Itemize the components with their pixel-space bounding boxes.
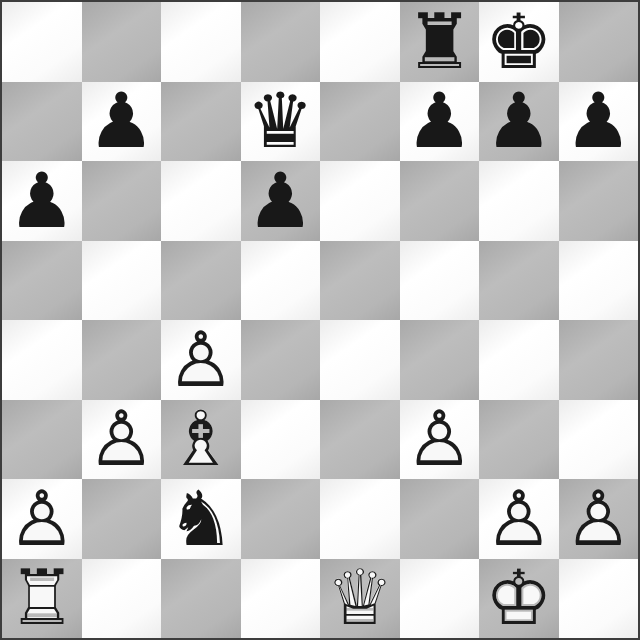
black-pawn-piece[interactable]: ♟	[400, 82, 480, 162]
white-pawn-piece[interactable]: ♟♙	[479, 479, 559, 559]
square-e8[interactable]	[320, 2, 400, 82]
square-a2[interactable]: ♟♙	[2, 479, 82, 559]
square-c1[interactable]	[161, 559, 241, 639]
white-pawn-piece[interactable]: ♟♙	[400, 400, 480, 480]
square-d3[interactable]	[241, 400, 321, 480]
square-a7[interactable]	[2, 82, 82, 162]
square-f7[interactable]: ♟	[400, 82, 480, 162]
square-c6[interactable]	[161, 161, 241, 241]
square-b5[interactable]	[82, 241, 162, 321]
square-g7[interactable]: ♟	[479, 82, 559, 162]
square-g1[interactable]: ♚♔	[479, 559, 559, 639]
white-queen-piece[interactable]: ♛♕	[320, 559, 400, 639]
black-pawn-piece[interactable]: ♟	[479, 82, 559, 162]
square-h8[interactable]	[559, 2, 639, 82]
black-king-piece[interactable]: ♚	[479, 2, 559, 82]
square-e2[interactable]	[320, 479, 400, 559]
square-c7[interactable]	[161, 82, 241, 162]
black-pawn-piece[interactable]: ♟	[559, 82, 639, 162]
square-e6[interactable]	[320, 161, 400, 241]
square-g2[interactable]: ♟♙	[479, 479, 559, 559]
square-f4[interactable]	[400, 320, 480, 400]
black-knight-glyph: ♞	[167, 481, 235, 557]
black-queen-piece[interactable]: ♛	[241, 82, 321, 162]
square-e4[interactable]	[320, 320, 400, 400]
square-c8[interactable]	[161, 2, 241, 82]
square-e1[interactable]: ♛♕	[320, 559, 400, 639]
square-e7[interactable]	[320, 82, 400, 162]
black-pawn-glyph: ♟	[405, 83, 473, 159]
square-g4[interactable]	[479, 320, 559, 400]
square-a8[interactable]	[2, 2, 82, 82]
square-f1[interactable]	[400, 559, 480, 639]
square-h1[interactable]	[559, 559, 639, 639]
square-g6[interactable]	[479, 161, 559, 241]
black-king-glyph: ♚	[485, 4, 553, 80]
square-f8[interactable]: ♜	[400, 2, 480, 82]
white-king-outline-glyph: ♔	[485, 560, 553, 636]
white-king-piece[interactable]: ♚♔	[479, 559, 559, 639]
square-h7[interactable]: ♟	[559, 82, 639, 162]
black-pawn-piece[interactable]: ♟	[2, 161, 82, 241]
black-pawn-piece[interactable]: ♟	[82, 82, 162, 162]
square-c4[interactable]: ♟♙	[161, 320, 241, 400]
square-d2[interactable]	[241, 479, 321, 559]
white-queen-outline-glyph: ♕	[326, 560, 394, 636]
black-pawn-glyph: ♟	[246, 163, 314, 239]
black-pawn-glyph: ♟	[564, 83, 632, 159]
square-a3[interactable]	[2, 400, 82, 480]
square-d4[interactable]	[241, 320, 321, 400]
square-b8[interactable]	[82, 2, 162, 82]
square-g3[interactable]	[479, 400, 559, 480]
black-pawn-piece[interactable]: ♟	[241, 161, 321, 241]
white-rook-outline-glyph: ♖	[8, 560, 76, 636]
black-pawn-glyph: ♟	[87, 83, 155, 159]
square-d5[interactable]	[241, 241, 321, 321]
square-e3[interactable]	[320, 400, 400, 480]
square-a6[interactable]: ♟	[2, 161, 82, 241]
black-rook-piece[interactable]: ♜	[400, 2, 480, 82]
white-bishop-piece[interactable]: ♝♗	[161, 400, 241, 480]
white-pawn-outline-glyph: ♙	[167, 322, 235, 398]
chess-board-frame: ♜♚♟♛♟♟♟♟♟♟♙♟♙♝♗♟♙♟♙♞♟♙♟♙♜♖♛♕♚♔	[0, 0, 640, 640]
square-g8[interactable]: ♚	[479, 2, 559, 82]
square-h3[interactable]	[559, 400, 639, 480]
square-c5[interactable]	[161, 241, 241, 321]
white-rook-piece[interactable]: ♜♖	[2, 559, 82, 639]
white-pawn-piece[interactable]: ♟♙	[2, 479, 82, 559]
square-a5[interactable]	[2, 241, 82, 321]
square-a1[interactable]: ♜♖	[2, 559, 82, 639]
white-pawn-piece[interactable]: ♟♙	[161, 320, 241, 400]
square-d7[interactable]: ♛	[241, 82, 321, 162]
square-d1[interactable]	[241, 559, 321, 639]
chess-board: ♜♚♟♛♟♟♟♟♟♟♙♟♙♝♗♟♙♟♙♞♟♙♟♙♜♖♛♕♚♔	[2, 2, 638, 638]
black-queen-glyph: ♛	[246, 83, 314, 159]
square-f2[interactable]	[400, 479, 480, 559]
black-knight-piece[interactable]: ♞	[161, 479, 241, 559]
square-c3[interactable]: ♝♗	[161, 400, 241, 480]
square-c2[interactable]: ♞	[161, 479, 241, 559]
square-b1[interactable]	[82, 559, 162, 639]
white-pawn-outline-glyph: ♙	[87, 401, 155, 477]
white-pawn-outline-glyph: ♙	[405, 401, 473, 477]
square-g5[interactable]	[479, 241, 559, 321]
square-f5[interactable]	[400, 241, 480, 321]
square-h5[interactable]	[559, 241, 639, 321]
square-b7[interactable]: ♟	[82, 82, 162, 162]
black-pawn-glyph: ♟	[485, 83, 553, 159]
square-b2[interactable]	[82, 479, 162, 559]
white-pawn-outline-glyph: ♙	[8, 481, 76, 557]
white-pawn-piece[interactable]: ♟♙	[559, 479, 639, 559]
white-pawn-piece[interactable]: ♟♙	[82, 400, 162, 480]
square-f6[interactable]	[400, 161, 480, 241]
square-h2[interactable]: ♟♙	[559, 479, 639, 559]
black-pawn-glyph: ♟	[8, 163, 76, 239]
square-b6[interactable]	[82, 161, 162, 241]
square-e5[interactable]	[320, 241, 400, 321]
square-b4[interactable]	[82, 320, 162, 400]
square-d8[interactable]	[241, 2, 321, 82]
square-d6[interactable]: ♟	[241, 161, 321, 241]
square-b3[interactable]: ♟♙	[82, 400, 162, 480]
square-f3[interactable]: ♟♙	[400, 400, 480, 480]
square-a4[interactable]	[2, 320, 82, 400]
square-h6[interactable]	[559, 161, 639, 241]
white-pawn-outline-glyph: ♙	[485, 481, 553, 557]
black-rook-glyph: ♜	[405, 4, 473, 80]
square-h4[interactable]	[559, 320, 639, 400]
white-pawn-outline-glyph: ♙	[564, 481, 632, 557]
white-bishop-outline-glyph: ♗	[167, 401, 235, 477]
